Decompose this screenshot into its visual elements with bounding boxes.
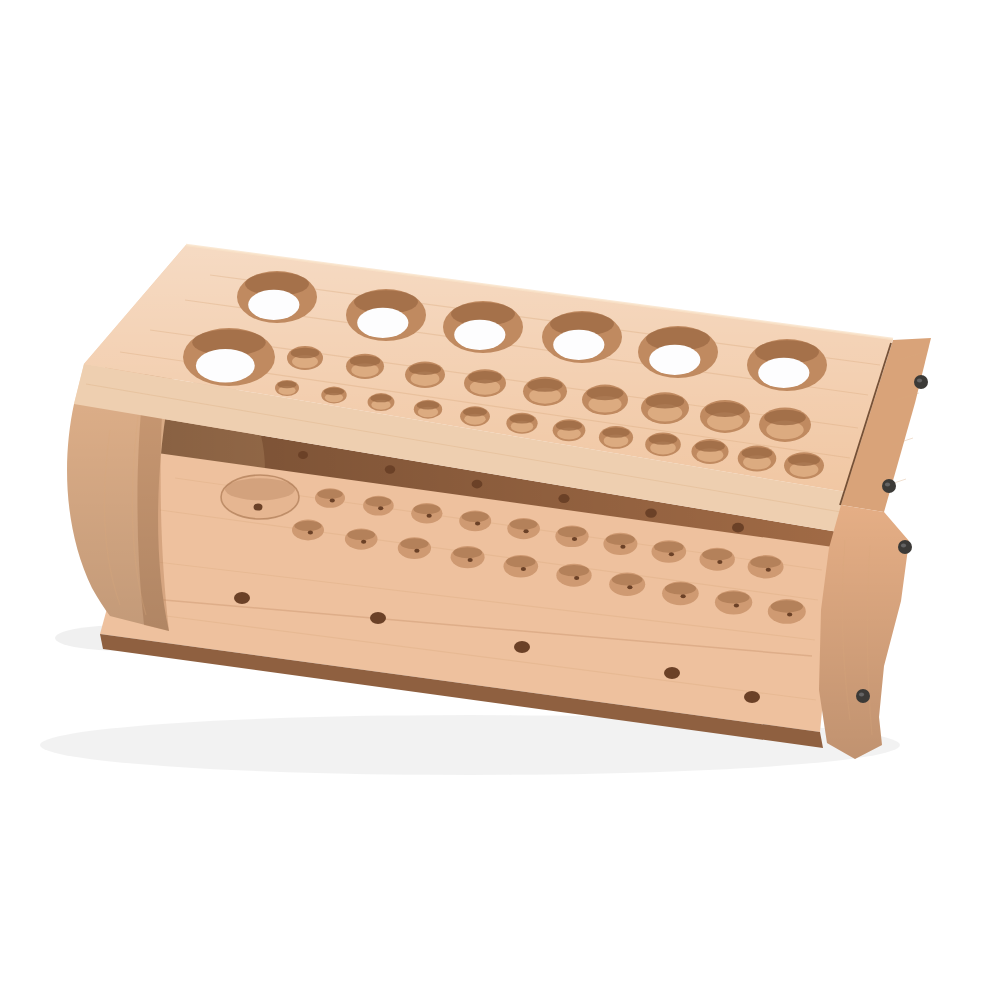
shelf-round-recess bbox=[221, 475, 299, 519]
right-panel-shade bbox=[819, 505, 909, 759]
front-left-through-hole bbox=[183, 328, 275, 386]
product-photo-canvas bbox=[0, 0, 1001, 1001]
wooden-tool-rack-photo bbox=[0, 0, 1001, 1001]
